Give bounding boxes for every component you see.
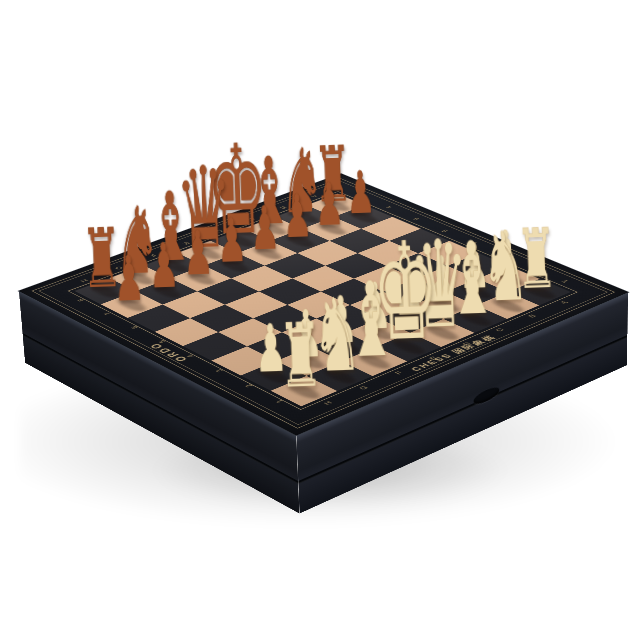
product-photo-stage: 88AA77BB66CC55DD44EE33FF22GG11HH ORDO CH…	[0, 0, 640, 640]
pawn-glyph: ♟	[324, 294, 358, 348]
drawer-notch[interactable]	[474, 384, 500, 407]
chess-box-lid: 88AA77BB66CC55DD44EE33FF22GG11HH ORDO CH…	[17, 173, 629, 436]
